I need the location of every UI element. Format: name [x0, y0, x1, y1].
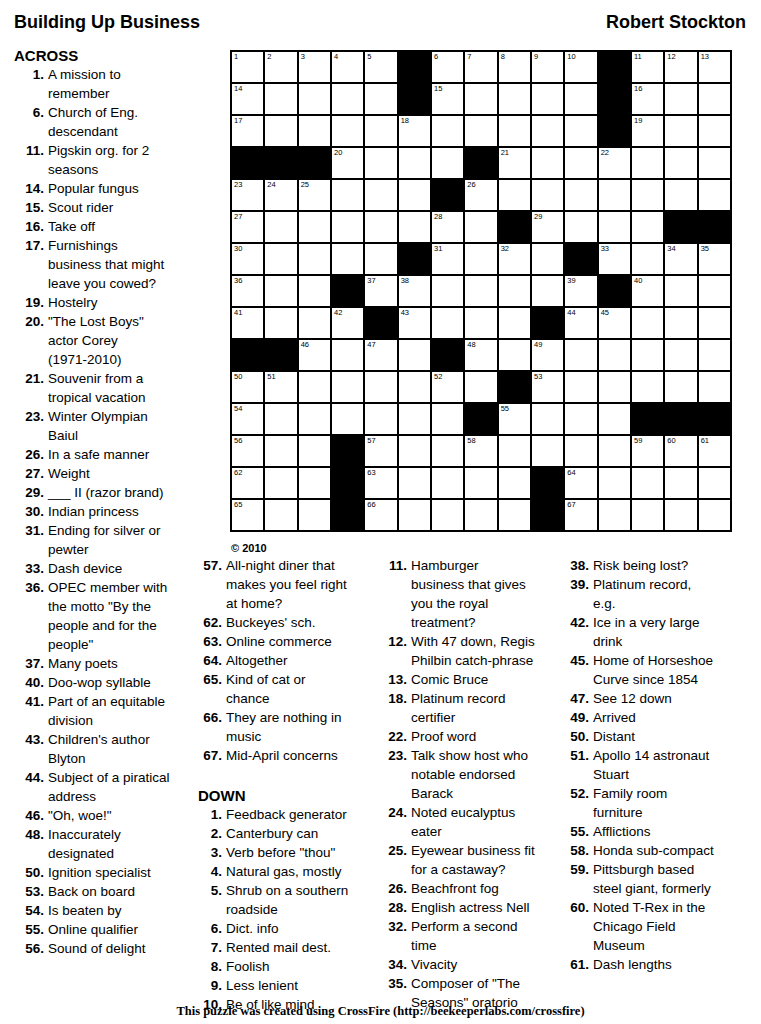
clue-text: Dash device: [48, 559, 122, 578]
cell-number: 38: [401, 277, 409, 285]
grid-cell[interactable]: [599, 340, 630, 370]
grid-cell[interactable]: [699, 116, 730, 146]
grid-cell[interactable]: [465, 500, 496, 530]
grid-cell[interactable]: 12: [665, 52, 696, 82]
grid-cell[interactable]: 52: [432, 372, 463, 402]
grid-cell[interactable]: [632, 340, 663, 370]
grid-cell[interactable]: [665, 468, 696, 498]
grid-cell[interactable]: [699, 372, 730, 402]
grid-cell[interactable]: [399, 500, 430, 530]
grid-cell[interactable]: [565, 148, 596, 178]
grid-cell[interactable]: [299, 276, 330, 306]
clue-text: Scout rider: [48, 198, 113, 217]
grid-cell[interactable]: 18: [399, 116, 430, 146]
grid-cell[interactable]: [499, 340, 530, 370]
grid-cell[interactable]: [432, 308, 463, 338]
cell-number: 24: [267, 181, 275, 189]
grid-cell[interactable]: [632, 308, 663, 338]
grid-cell[interactable]: [432, 468, 463, 498]
grid-cell[interactable]: [632, 500, 663, 530]
grid-cell[interactable]: [599, 468, 630, 498]
down-clue-52: 52.Family room furniture: [565, 784, 759, 822]
grid-cell[interactable]: [365, 148, 396, 178]
grid-cell[interactable]: [332, 180, 363, 210]
cell-number: 33: [601, 245, 609, 253]
grid-cell[interactable]: [399, 404, 430, 434]
clue-number: 23.: [383, 746, 411, 765]
grid-cell[interactable]: 55: [499, 404, 530, 434]
grid-cell[interactable]: [499, 500, 530, 530]
grid-cell[interactable]: 13: [699, 52, 730, 82]
clue-number: 65.: [198, 670, 226, 689]
clue-number: 11.: [14, 141, 48, 160]
grid-cell[interactable]: 32: [499, 244, 530, 274]
clue-text: Hostelry: [48, 293, 98, 312]
grid-cell[interactable]: [699, 84, 730, 114]
grid-cell[interactable]: [299, 372, 330, 402]
cell-number: 53: [534, 373, 542, 381]
grid-cell[interactable]: [465, 244, 496, 274]
grid-cell[interactable]: [532, 116, 563, 146]
grid-cell[interactable]: 65: [232, 500, 263, 530]
grid-cell[interactable]: [565, 180, 596, 210]
clue-text: Distant: [593, 727, 635, 746]
grid-cell[interactable]: [665, 372, 696, 402]
page-author: Robert Stockton: [606, 12, 746, 33]
grid-cell[interactable]: 29: [532, 212, 563, 242]
clue-number: 53.: [14, 882, 48, 901]
down-clue-42: 42.Ice in a very large drink: [565, 613, 759, 651]
cell-number: 11: [634, 53, 642, 61]
down-clue-58: 58.Honda sub-compact: [565, 841, 759, 860]
grid-cell[interactable]: [399, 372, 430, 402]
grid-cell[interactable]: 11: [632, 52, 663, 82]
clue-text: Perform a second time: [411, 917, 518, 955]
clue-number: 50.: [565, 727, 593, 746]
grid-cell-black: [532, 468, 563, 498]
clue-number: 7.: [198, 938, 226, 957]
down-clue-61: 61.Dash lengths: [565, 955, 759, 974]
grid-cell[interactable]: [499, 180, 530, 210]
grid-cell[interactable]: [665, 276, 696, 306]
clue-text: Part of an equitable division: [48, 692, 165, 730]
grid-cell[interactable]: [299, 500, 330, 530]
grid-cell[interactable]: [399, 468, 430, 498]
clue-number: 42.: [565, 613, 593, 632]
grid-cell[interactable]: [699, 148, 730, 178]
grid-cell[interactable]: [699, 180, 730, 210]
grid-cell[interactable]: 16: [632, 84, 663, 114]
cell-number: 21: [501, 149, 509, 157]
grid-cell[interactable]: 28: [432, 212, 463, 242]
clue-text: Is beaten by: [48, 901, 122, 920]
grid-cell[interactable]: [332, 212, 363, 242]
down-clue-25: 25.Eyewear business fit for a castaway?: [383, 841, 567, 879]
grid-cell[interactable]: [499, 436, 530, 466]
grid-cell[interactable]: 63: [365, 468, 396, 498]
clue-number: 21.: [14, 369, 48, 388]
grid-cell[interactable]: [432, 148, 463, 178]
grid-cell[interactable]: [665, 148, 696, 178]
grid-cell[interactable]: [665, 308, 696, 338]
grid-cell[interactable]: [665, 180, 696, 210]
grid-cell[interactable]: [632, 148, 663, 178]
grid-cell[interactable]: [365, 404, 396, 434]
grid-cell[interactable]: [365, 180, 396, 210]
grid-cell[interactable]: 34: [665, 244, 696, 274]
grid-cell[interactable]: [365, 244, 396, 274]
cell-number: 26: [467, 181, 475, 189]
grid-cell[interactable]: 23: [232, 180, 263, 210]
grid-cell[interactable]: [432, 276, 463, 306]
grid-cell[interactable]: [265, 404, 296, 434]
grid-cell[interactable]: [465, 468, 496, 498]
grid-cell[interactable]: 51: [265, 372, 296, 402]
grid-cell[interactable]: [265, 212, 296, 242]
grid-cell[interactable]: [599, 436, 630, 466]
grid-cell[interactable]: [632, 180, 663, 210]
grid-cell[interactable]: 15: [432, 84, 463, 114]
grid-cell[interactable]: [465, 116, 496, 146]
clue-number: 43.: [14, 730, 48, 749]
grid-cell[interactable]: 36: [232, 276, 263, 306]
grid-cell[interactable]: [532, 180, 563, 210]
cell-number: 42: [334, 309, 342, 317]
grid-cell[interactable]: [332, 404, 363, 434]
clue-number: 51.: [565, 746, 593, 765]
grid-cell[interactable]: 19: [632, 116, 663, 146]
grid-cell[interactable]: 22: [599, 148, 630, 178]
clue-text: Doo-wop syllable: [48, 673, 151, 692]
grid-cell[interactable]: [532, 244, 563, 274]
grid-cell[interactable]: [499, 276, 530, 306]
grid-cell[interactable]: [699, 500, 730, 530]
grid-cell[interactable]: [532, 148, 563, 178]
clue-number: 26.: [383, 879, 411, 898]
grid-cell[interactable]: 17: [232, 116, 263, 146]
cell-number: 62: [234, 469, 242, 477]
grid-cell[interactable]: 56: [232, 436, 263, 466]
grid-cell[interactable]: 47: [365, 340, 396, 370]
cell-number: 61: [701, 437, 709, 445]
grid-cell[interactable]: 31: [432, 244, 463, 274]
grid-cell[interactable]: 2: [265, 52, 296, 82]
grid-cell[interactable]: 3: [299, 52, 330, 82]
grid-cell[interactable]: 37: [365, 276, 396, 306]
across-clue-57: 57.All-night diner that makes you feel r…: [198, 556, 384, 613]
grid-cell[interactable]: 35: [699, 244, 730, 274]
cell-number: 34: [667, 245, 675, 253]
grid-cell[interactable]: 33: [599, 244, 630, 274]
grid-cell[interactable]: [465, 372, 496, 402]
clue-text: Noted T-Rex in the Chicago Field Museum: [593, 898, 705, 955]
cell-number: 63: [367, 469, 375, 477]
grid-cell[interactable]: [399, 436, 430, 466]
grid-cell-black: [632, 404, 663, 434]
clue-text: Hamburger business that gives you the ro…: [411, 556, 526, 632]
grid-cell-black: [465, 148, 496, 178]
grid-cell[interactable]: [465, 212, 496, 242]
clue-number: 40.: [14, 673, 48, 692]
across-heading: ACROSS: [14, 46, 226, 65]
grid-cell[interactable]: 66: [365, 500, 396, 530]
grid-cell[interactable]: [499, 116, 530, 146]
grid-cell[interactable]: 39: [565, 276, 596, 306]
across-clue-54: 54.Is beaten by: [14, 901, 226, 920]
grid-cell[interactable]: [699, 308, 730, 338]
grid-cell[interactable]: 45: [599, 308, 630, 338]
across-clue-17: 17.Furnishings business that might leave…: [14, 236, 226, 293]
grid-cell[interactable]: 53: [532, 372, 563, 402]
grid-cell[interactable]: [265, 436, 296, 466]
grid-cell[interactable]: [399, 340, 430, 370]
clue-text: Risk being lost?: [593, 556, 688, 575]
grid-cell[interactable]: [565, 340, 596, 370]
clue-text: Afflictions: [593, 822, 651, 841]
grid-cell[interactable]: 4: [332, 52, 363, 82]
cell-number: 27: [234, 213, 242, 221]
grid-cell[interactable]: [365, 84, 396, 114]
grid-cell[interactable]: 54: [232, 404, 263, 434]
grid-cell[interactable]: 10: [565, 52, 596, 82]
grid-cell[interactable]: [599, 180, 630, 210]
grid-cell[interactable]: 9: [532, 52, 563, 82]
grid-cell[interactable]: 38: [399, 276, 430, 306]
grid-cell[interactable]: [265, 308, 296, 338]
cell-number: 51: [267, 373, 275, 381]
grid-cell[interactable]: [599, 372, 630, 402]
grid-cell[interactable]: [299, 84, 330, 114]
clue-number: 3.: [198, 843, 226, 862]
clue-number: 66.: [198, 708, 226, 727]
cell-number: 58: [467, 437, 475, 445]
clue-column-3: 11.Hamburger business that gives you the…: [383, 556, 567, 1012]
grid-cell[interactable]: [332, 116, 363, 146]
grid-cell[interactable]: [299, 116, 330, 146]
cell-number: 56: [234, 437, 242, 445]
down-clue-6: 6.Dict. info: [198, 919, 384, 938]
grid-cell[interactable]: 8: [499, 52, 530, 82]
clue-text: Sound of delight: [48, 939, 146, 958]
clue-text: Noted eucalyptus eater: [411, 803, 515, 841]
grid-cell[interactable]: [299, 244, 330, 274]
cell-number: 59: [634, 437, 642, 445]
grid-cell[interactable]: 49: [532, 340, 563, 370]
grid-cell[interactable]: 60: [665, 436, 696, 466]
down-clue-4: 4.Natural gas, mostly: [198, 862, 384, 881]
grid-cell[interactable]: [365, 372, 396, 402]
cell-number: 2: [267, 53, 271, 61]
grid-cell[interactable]: [265, 116, 296, 146]
grid-cell[interactable]: 40: [632, 276, 663, 306]
grid-cell[interactable]: [699, 340, 730, 370]
down-clue-2: 2.Canterbury can: [198, 824, 384, 843]
grid-cell[interactable]: [665, 340, 696, 370]
grid-cell-black: [599, 276, 630, 306]
grid-cell[interactable]: [399, 212, 430, 242]
grid-cell[interactable]: [499, 308, 530, 338]
grid-cell[interactable]: 50: [232, 372, 263, 402]
grid-cell[interactable]: [665, 84, 696, 114]
down-clue-50: 50.Distant: [565, 727, 759, 746]
grid-cell[interactable]: 67: [565, 500, 596, 530]
cell-number: 37: [367, 277, 375, 285]
down-clue-55: 55.Afflictions: [565, 822, 759, 841]
grid-cell[interactable]: 30: [232, 244, 263, 274]
grid-cell[interactable]: [332, 84, 363, 114]
grid-cell-black: [265, 148, 296, 178]
grid-cell[interactable]: [532, 276, 563, 306]
grid-cell[interactable]: [499, 84, 530, 114]
grid-cell[interactable]: [532, 436, 563, 466]
grid-cell[interactable]: [299, 404, 330, 434]
grid-cell[interactable]: [565, 84, 596, 114]
across-clue-33: 33.Dash device: [14, 559, 226, 578]
grid-cell[interactable]: [332, 340, 363, 370]
across-clue-64: 64.Altogether: [198, 651, 384, 670]
across-clue-29: 29.___ II (razor brand): [14, 483, 226, 502]
grid-cell[interactable]: 48: [465, 340, 496, 370]
grid-cell[interactable]: [499, 468, 530, 498]
grid-cell[interactable]: [699, 468, 730, 498]
clue-text: Natural gas, mostly: [226, 862, 342, 881]
grid-cell[interactable]: 59: [632, 436, 663, 466]
clue-number: 15.: [14, 198, 48, 217]
grid-cell[interactable]: [632, 468, 663, 498]
grid-cell[interactable]: [565, 404, 596, 434]
grid-cell[interactable]: 25: [299, 180, 330, 210]
grid-cell[interactable]: 46: [299, 340, 330, 370]
grid-cell[interactable]: [465, 276, 496, 306]
grid-cell[interactable]: [299, 308, 330, 338]
grid-cell[interactable]: [265, 276, 296, 306]
cell-number: 4: [334, 53, 338, 61]
grid-cell[interactable]: [399, 180, 430, 210]
grid-cell[interactable]: [365, 116, 396, 146]
grid-cell[interactable]: 44: [565, 308, 596, 338]
across-clue-6: 6.Church of Eng. descendant: [14, 103, 226, 141]
grid-cell-black: [299, 148, 330, 178]
grid-cell[interactable]: [465, 308, 496, 338]
grid-cell[interactable]: [665, 116, 696, 146]
grid-cell[interactable]: [599, 212, 630, 242]
grid-cell[interactable]: 1: [232, 52, 263, 82]
clue-text: Church of Eng. descendant: [48, 103, 138, 141]
down-clue-26: 26.Beachfront fog: [383, 879, 567, 898]
clue-number: 1.: [198, 805, 226, 824]
grid-cell[interactable]: 14: [232, 84, 263, 114]
grid-cell[interactable]: 64: [565, 468, 596, 498]
grid-cell[interactable]: [432, 404, 463, 434]
grid-cell-black: [499, 212, 530, 242]
grid-cell[interactable]: [565, 116, 596, 146]
grid-cell[interactable]: [332, 372, 363, 402]
grid-cell[interactable]: [632, 372, 663, 402]
grid-cell[interactable]: [565, 436, 596, 466]
grid-cell[interactable]: [532, 84, 563, 114]
across-clues-continued: 57.All-night diner that makes you feel r…: [198, 556, 384, 765]
cell-number: 44: [567, 309, 575, 317]
clue-number: 20.: [14, 312, 48, 331]
grid-cell[interactable]: 43: [399, 308, 430, 338]
grid-cell[interactable]: [399, 148, 430, 178]
clue-number: 48.: [14, 825, 48, 844]
grid-cell[interactable]: [265, 468, 296, 498]
grid-cell[interactable]: [632, 244, 663, 274]
down-clue-12: 12.With 47 down, Regis Philbin catch-phr…: [383, 632, 567, 670]
clue-number: 6.: [198, 919, 226, 938]
grid-cell[interactable]: [465, 84, 496, 114]
cell-number: 14: [234, 85, 242, 93]
grid-cell[interactable]: 21: [499, 148, 530, 178]
across-clue-20: 20."The Lost Boys" actor Corey (1971-201…: [14, 312, 226, 369]
across-clue-40: 40.Doo-wop syllable: [14, 673, 226, 692]
grid-cell-black: [232, 148, 263, 178]
grid-cell[interactable]: 57: [365, 436, 396, 466]
grid-cell[interactable]: 26: [465, 180, 496, 210]
grid-cell[interactable]: [299, 468, 330, 498]
grid-cell[interactable]: 24: [265, 180, 296, 210]
grid-cell[interactable]: [332, 244, 363, 274]
grid-cell[interactable]: [299, 436, 330, 466]
grid-cell[interactable]: [432, 436, 463, 466]
grid-cell[interactable]: 62: [232, 468, 263, 498]
grid-cell[interactable]: [565, 212, 596, 242]
clue-text: Many poets: [48, 654, 118, 673]
clue-number: 35.: [383, 974, 411, 993]
clue-text: See 12 down: [593, 689, 672, 708]
cell-number: 3: [301, 53, 305, 61]
grid-cell[interactable]: [599, 500, 630, 530]
clue-number: 34.: [383, 955, 411, 974]
grid-cell[interactable]: 61: [699, 436, 730, 466]
grid-cell[interactable]: [532, 404, 563, 434]
grid-cell[interactable]: 42: [332, 308, 363, 338]
grid-cell[interactable]: 27: [232, 212, 263, 242]
grid-cell[interactable]: [265, 84, 296, 114]
grid-cell[interactable]: 20: [332, 148, 363, 178]
down-clues-continued: 11.Hamburger business that gives you the…: [383, 556, 567, 1012]
grid-cell[interactable]: [432, 116, 463, 146]
cell-number: 52: [434, 373, 442, 381]
grid-cell[interactable]: [432, 500, 463, 530]
grid-cell[interactable]: [265, 244, 296, 274]
grid-cell[interactable]: 41: [232, 308, 263, 338]
grid-cell[interactable]: [365, 212, 396, 242]
clue-number: 64.: [198, 651, 226, 670]
clue-text: Dict. info: [226, 919, 279, 938]
cell-number: 15: [434, 85, 442, 93]
grid-cell[interactable]: [565, 372, 596, 402]
grid-cell[interactable]: 7: [465, 52, 496, 82]
grid-cell-black: [332, 276, 363, 306]
clue-text: "The Lost Boys" actor Corey (1971-2010): [48, 312, 144, 369]
grid-cell[interactable]: 5: [365, 52, 396, 82]
down-clue-13: 13.Comic Bruce: [383, 670, 567, 689]
across-clue-21: 21.Souvenir from a tropical vacation: [14, 369, 226, 407]
grid-cell[interactable]: 58: [465, 436, 496, 466]
grid-cell[interactable]: [599, 404, 630, 434]
clue-text: Platinum record, e.g.: [593, 575, 691, 613]
grid-cell[interactable]: [665, 500, 696, 530]
grid-cell[interactable]: 6: [432, 52, 463, 82]
clue-text: Ice in a very large drink: [593, 613, 700, 651]
grid-cell[interactable]: [632, 212, 663, 242]
grid-cell[interactable]: [299, 212, 330, 242]
down-clue-59: 59.Pittsburgh based steel giant, formerl…: [565, 860, 759, 898]
grid-cell[interactable]: [699, 276, 730, 306]
grid-cell[interactable]: [265, 500, 296, 530]
